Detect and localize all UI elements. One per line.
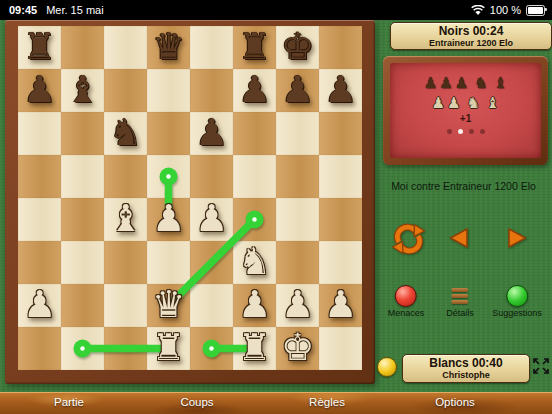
suggestions-button[interactable]: Suggestions bbox=[492, 286, 542, 318]
bottom-toolbar: PartieCoupsRèglesOptions bbox=[0, 392, 552, 414]
piece-white-b-c4[interactable]: ♝ bbox=[104, 198, 147, 241]
page-dot-0[interactable] bbox=[447, 129, 452, 134]
page-dot-1[interactable] bbox=[458, 129, 463, 134]
piece-white-p-f2[interactable]: ♟ bbox=[233, 284, 276, 327]
piece-black-r-f8[interactable]: ♜ bbox=[233, 26, 276, 69]
wifi-icon bbox=[471, 5, 485, 16]
tray-felt: ♟♟♟♞♝ ♟♟♞♝ +1 bbox=[390, 63, 541, 158]
chess-board: ♜♛♜♚♟♝♟♟♟♞♟♝♟♟♞♟♛♟♟♟♜♜♚ bbox=[18, 26, 362, 370]
turn-indicator-yellow-ball bbox=[377, 357, 397, 377]
back-move-button[interactable] bbox=[448, 227, 470, 249]
bottom-bar-coups[interactable]: Coups bbox=[180, 396, 213, 408]
captured-white-n: ♞ bbox=[467, 94, 480, 112]
captured-white-p: ♟ bbox=[432, 94, 445, 112]
captured-black-b: ♝ bbox=[494, 74, 507, 92]
page-dots bbox=[447, 129, 485, 134]
piece-white-r-f1[interactable]: ♜ bbox=[233, 327, 276, 370]
left-arrow-icon bbox=[451, 229, 468, 247]
piece-white-p-h2[interactable]: ♟ bbox=[319, 284, 362, 327]
piece-black-p-a7[interactable]: ♟ bbox=[18, 69, 61, 112]
suggestions-green-ball-icon bbox=[506, 285, 528, 307]
fullscreen-button[interactable] bbox=[532, 357, 550, 375]
threats-label: Menaces bbox=[388, 308, 425, 318]
page-dot-2[interactable] bbox=[469, 129, 474, 134]
material-advantage: +1 bbox=[460, 113, 471, 124]
battery-icon bbox=[526, 5, 545, 16]
threats-button[interactable]: Menaces bbox=[388, 286, 425, 318]
captured-black-p: ♟ bbox=[439, 74, 452, 92]
piece-white-p-a2[interactable]: ♟ bbox=[18, 284, 61, 327]
forward-move-button[interactable] bbox=[506, 227, 528, 249]
rotate-icon bbox=[393, 225, 425, 254]
bottom-bar-options[interactable]: Options bbox=[435, 396, 475, 408]
expand-arrows-icon bbox=[534, 359, 548, 373]
captured-black-p: ♟ bbox=[455, 74, 468, 92]
captured-black-p: ♟ bbox=[424, 74, 437, 92]
bottom-bar-regles[interactable]: Règles bbox=[309, 396, 345, 408]
details-button[interactable]: Détails bbox=[446, 286, 474, 318]
captured-black-row: ♟♟♟♞♝ bbox=[423, 75, 508, 92]
piece-black-k-g8[interactable]: ♚ bbox=[276, 26, 319, 69]
threats-red-ball-icon bbox=[395, 285, 417, 307]
status-bar: 09:45 Mer. 15 mai 100 % bbox=[0, 0, 552, 20]
black-clock-label: Noirs 00:24 bbox=[391, 25, 551, 38]
piece-white-k-g1[interactable]: ♚ bbox=[276, 327, 319, 370]
captured-pieces-tray[interactable]: ♟♟♟♞♝ ♟♟♞♝ +1 bbox=[383, 56, 548, 165]
piece-black-p-g7[interactable]: ♟ bbox=[276, 69, 319, 112]
clock-time: 09:45 bbox=[9, 4, 37, 16]
piece-white-q-d2[interactable]: ♛ bbox=[147, 284, 190, 327]
white-player-name: Christophe bbox=[403, 370, 529, 380]
captured-white-p: ♟ bbox=[447, 94, 460, 112]
piece-white-p-e4[interactable]: ♟ bbox=[190, 198, 233, 241]
piece-black-b-b7[interactable]: ♝ bbox=[61, 69, 104, 112]
captured-white-b: ♝ bbox=[486, 94, 499, 112]
black-clock-button[interactable]: Noirs 00:24 Entraineur 1200 Elo bbox=[390, 22, 552, 50]
piece-black-n-c6[interactable]: ♞ bbox=[104, 112, 147, 155]
chess-app: 09:45 Mer. 15 mai 100 % ♜♛♜♚♟♝♟♟♟♞♟♝♟♟♞♟… bbox=[0, 0, 552, 414]
game-mode-label: Moi contre Entraineur 1200 Elo bbox=[375, 180, 552, 192]
piece-black-p-f7[interactable]: ♟ bbox=[233, 69, 276, 112]
page-dot-3[interactable] bbox=[480, 129, 485, 134]
piece-white-n-f3[interactable]: ♞ bbox=[233, 241, 276, 284]
board-frame: ♜♛♜♚♟♝♟♟♟♞♟♝♟♟♞♟♛♟♟♟♜♜♚ bbox=[5, 20, 375, 384]
piece-white-p-d4[interactable]: ♟ bbox=[147, 198, 190, 241]
piece-white-p-g2[interactable]: ♟ bbox=[276, 284, 319, 327]
status-date: Mer. 15 mai bbox=[46, 4, 103, 16]
rotate-board-button[interactable] bbox=[391, 223, 426, 255]
white-clock-button[interactable]: Blancs 00:40 Christophe bbox=[402, 354, 530, 383]
suggestions-label: Suggestions bbox=[492, 308, 542, 318]
details-label: Détails bbox=[446, 308, 474, 318]
side-panel: Noirs 00:24 Entraineur 1200 Elo ♟♟♟♞♝ ♟♟… bbox=[375, 20, 552, 392]
piece-white-r-d1[interactable]: ♜ bbox=[147, 327, 190, 370]
piece-black-p-e6[interactable]: ♟ bbox=[190, 112, 233, 155]
captured-white-row: ♟♟♞♝ bbox=[431, 95, 501, 112]
black-player-name: Entraineur 1200 Elo bbox=[391, 38, 551, 48]
details-bars-icon bbox=[451, 288, 468, 304]
bottom-bar-partie[interactable]: Partie bbox=[54, 396, 84, 408]
right-arrow-icon bbox=[509, 229, 526, 247]
piece-black-q-d8[interactable]: ♛ bbox=[147, 26, 190, 69]
piece-black-p-h7[interactable]: ♟ bbox=[319, 69, 362, 112]
piece-black-r-a8[interactable]: ♜ bbox=[18, 26, 61, 69]
battery-percent: 100 % bbox=[490, 4, 521, 16]
white-clock-label: Blancs 00:40 bbox=[403, 357, 529, 370]
captured-black-n: ♞ bbox=[474, 74, 487, 92]
